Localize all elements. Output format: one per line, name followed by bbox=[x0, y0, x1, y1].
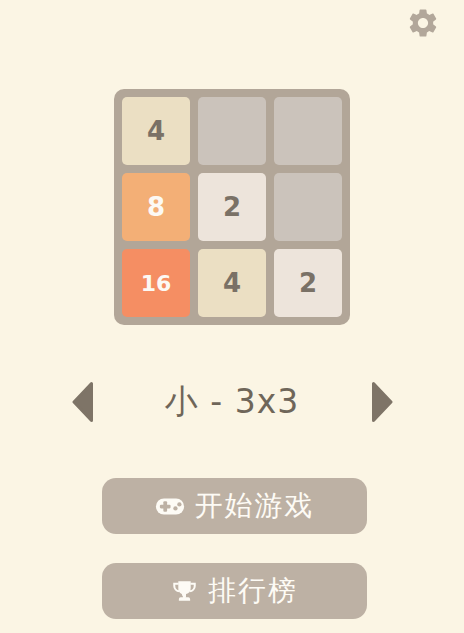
tile-4: 4 bbox=[122, 97, 190, 165]
settings-button[interactable] bbox=[406, 6, 440, 40]
main-menu-screen: 4821642 小 - 3x3 开始游戏 bbox=[0, 0, 464, 633]
tile-2: 2 bbox=[274, 249, 342, 317]
triangle-right-icon bbox=[371, 380, 393, 424]
leaderboard-button[interactable]: 排行榜 bbox=[102, 563, 367, 619]
game-board-preview: 4821642 bbox=[114, 89, 350, 325]
tile-4: 4 bbox=[198, 249, 266, 317]
next-size-button[interactable] bbox=[371, 380, 393, 424]
tile-8: 8 bbox=[122, 173, 190, 241]
tile-2: 2 bbox=[198, 173, 266, 241]
empty-cell bbox=[198, 97, 266, 165]
gamepad-icon bbox=[155, 496, 185, 517]
leaderboard-label: 排行榜 bbox=[208, 572, 298, 610]
gear-icon bbox=[406, 6, 440, 40]
start-game-label: 开始游戏 bbox=[195, 487, 315, 525]
board-size-label: 小 - 3x3 bbox=[0, 380, 464, 424]
tile-16: 16 bbox=[122, 249, 190, 317]
empty-cell bbox=[274, 97, 342, 165]
start-game-button[interactable]: 开始游戏 bbox=[102, 478, 367, 534]
empty-cell bbox=[274, 173, 342, 241]
board-size-selector: 小 - 3x3 bbox=[0, 380, 464, 424]
trophy-icon bbox=[171, 578, 198, 605]
